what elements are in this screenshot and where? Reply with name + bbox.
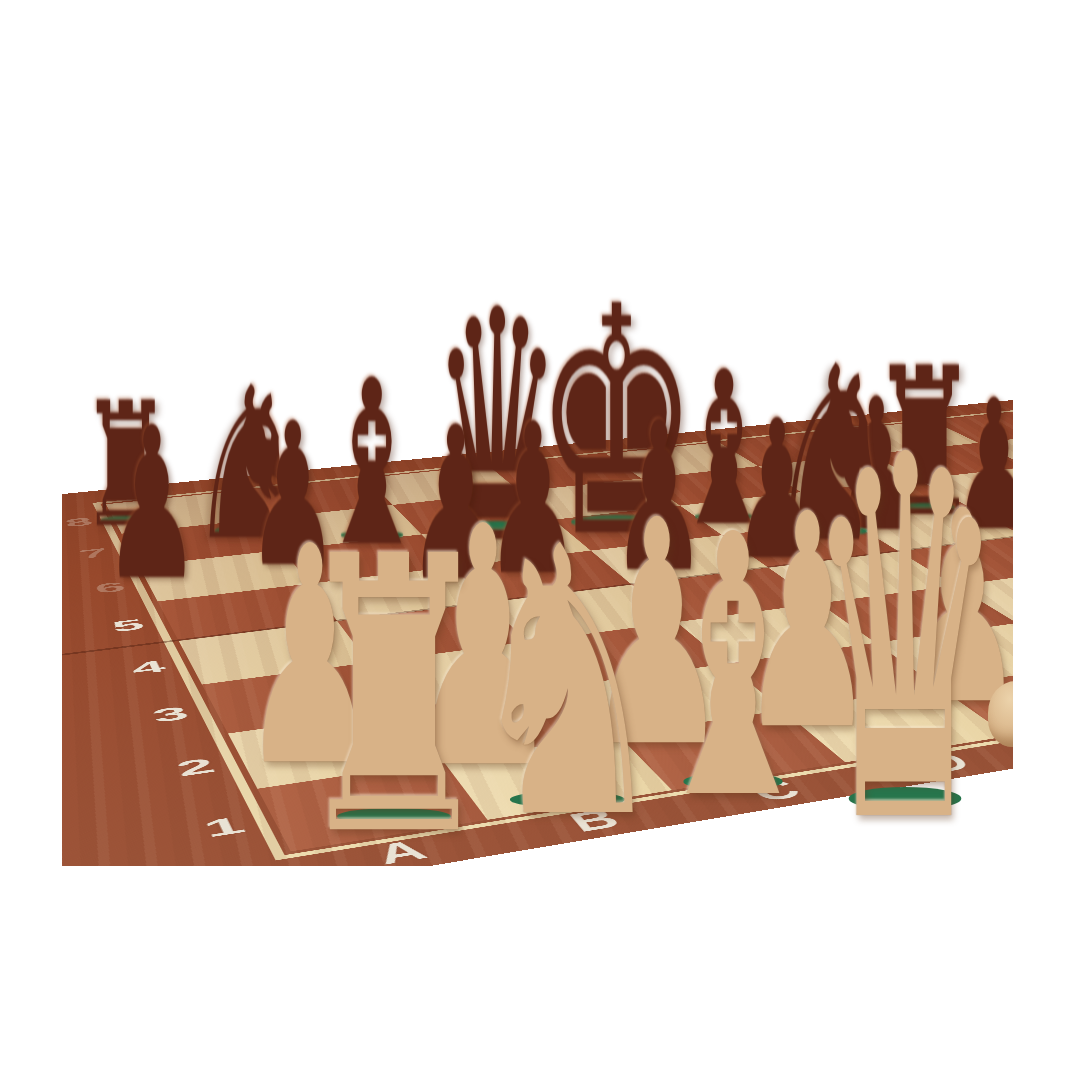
felt-base xyxy=(695,512,753,522)
felt-base xyxy=(769,709,846,722)
felt-base xyxy=(428,567,483,577)
felt-base xyxy=(684,773,783,789)
bishop-glyph: ♝ xyxy=(634,489,832,849)
felt-base xyxy=(510,791,625,808)
felt-base xyxy=(793,526,868,537)
felt-base xyxy=(570,515,661,529)
felt-base xyxy=(461,521,533,535)
dark-knight: ♞ xyxy=(756,334,906,576)
dark-pawn: ♟ xyxy=(479,396,587,604)
white-knight: ♞ xyxy=(452,499,681,866)
pawn-glyph: ♟ xyxy=(727,395,827,587)
dark-knight: ♞ xyxy=(182,360,312,570)
bishop-glyph: ♝ xyxy=(309,350,434,578)
dark-bishop: ♝ xyxy=(666,344,783,556)
white-bishop: ♝ xyxy=(634,489,832,849)
white-pawn: ♟ xyxy=(576,480,737,790)
felt-base xyxy=(617,725,698,739)
felt-base xyxy=(971,518,1013,526)
pawn-glyph: ♟ xyxy=(242,397,345,595)
felt-base xyxy=(271,745,349,759)
dark-pawn: ♟ xyxy=(605,395,712,601)
felt-base xyxy=(125,566,180,575)
pawn-glyph: ♟ xyxy=(232,508,388,808)
dark-rook: ♜ xyxy=(863,341,986,546)
knight-glyph: ♞ xyxy=(452,499,681,866)
pawn-glyph: ♟ xyxy=(828,374,923,557)
pawn-glyph: ♟ xyxy=(947,376,1013,556)
felt-base xyxy=(214,526,279,535)
pawn-glyph: ♟ xyxy=(576,480,737,790)
dark-bishop: ♝ xyxy=(309,350,434,578)
pawn-glyph: ♟ xyxy=(97,400,206,610)
dark-pawn: ♟ xyxy=(242,397,345,595)
felt-base xyxy=(849,787,962,810)
white-pawn: ♟ xyxy=(232,508,388,808)
felt-base xyxy=(752,547,802,556)
chess-set-photo: ABCDEFGH 87654321 ♜♝♜♚♟♟♛♞♞♝♟♟♟♟♟♟♟♟♟♟♟♝… xyxy=(62,260,1013,866)
bishop-glyph: ♝ xyxy=(666,344,783,556)
white-pawn: ♟ xyxy=(730,476,883,771)
felt-base xyxy=(267,553,318,562)
felt-base xyxy=(100,516,152,524)
pawn-glyph: ♟ xyxy=(401,399,511,611)
white-pawn: ♟ xyxy=(397,484,569,814)
dark-rook: ♜ xyxy=(74,380,177,552)
felt-base xyxy=(337,808,451,825)
felt-base xyxy=(506,560,560,569)
knight-glyph: ♞ xyxy=(756,334,906,576)
dark-pawn: ♟ xyxy=(727,395,827,587)
felt-base xyxy=(341,530,404,540)
pawn-glyph: ♟ xyxy=(730,476,883,771)
pawn-glyph: ♟ xyxy=(479,396,587,604)
photo-page: ABCDEFGH 87654321 ♜♝♜♚♟♟♛♞♞♝♟♟♟♟♟♟♟♟♟♟♟♝… xyxy=(0,0,1080,1080)
pieces-layer: ♜♝♜♚♟♟♛♞♞♝♟♟♟♟♟♟♟♟♟♟♟♝♛♞♜ xyxy=(62,260,1013,866)
dark-pawn: ♟ xyxy=(947,376,1013,556)
dark-pawn: ♟ xyxy=(97,400,206,610)
felt-base xyxy=(893,503,955,512)
dark-pawn: ♟ xyxy=(828,374,923,557)
felt-base xyxy=(632,558,686,567)
king-glyph: ♚ xyxy=(525,266,708,581)
knight-glyph: ♞ xyxy=(182,360,312,570)
dark-king: ♚ xyxy=(525,266,708,581)
felt-base xyxy=(928,685,997,697)
rook-glyph: ♜ xyxy=(280,508,508,866)
felt-base xyxy=(852,518,900,526)
queen-glyph: ♛ xyxy=(793,392,1014,866)
felt-base xyxy=(440,745,526,760)
dark-queen: ♛ xyxy=(425,268,569,588)
pawn-glyph: ♟ xyxy=(605,395,712,601)
queen-glyph: ♛ xyxy=(425,268,569,588)
dark-pawn: ♟ xyxy=(401,399,511,611)
rook-glyph: ♜ xyxy=(74,380,177,552)
rook-glyph: ♜ xyxy=(863,341,986,546)
white-queen: ♛ xyxy=(793,392,1014,866)
white-rook: ♜ xyxy=(280,508,508,866)
pawn-glyph: ♟ xyxy=(397,484,569,814)
